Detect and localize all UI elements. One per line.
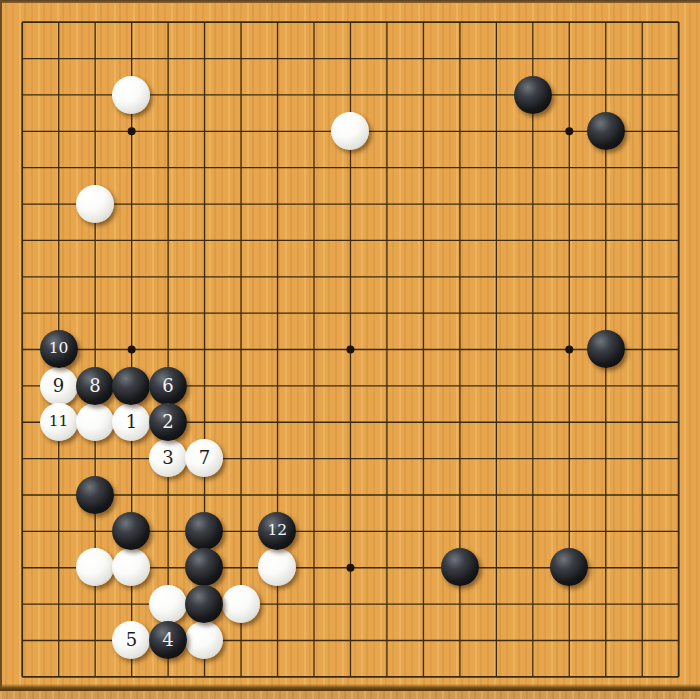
board-bottom-side <box>0 691 700 699</box>
move-number-label: 6 <box>162 377 173 395</box>
white-stone <box>76 403 114 441</box>
move-9-stone: 9 <box>40 367 78 405</box>
go-diagram: { "game": "go", "board": { "size": 19, "… <box>0 0 700 699</box>
white-stone <box>76 185 114 223</box>
black-stone <box>185 585 223 623</box>
move-5-stone: 5 <box>112 621 150 659</box>
move-6-stone: 6 <box>149 367 187 405</box>
move-12-stone: 12 <box>258 512 296 550</box>
white-stone <box>258 548 296 586</box>
black-stone <box>550 548 588 586</box>
move-number-label: 2 <box>162 413 173 431</box>
black-stone <box>112 512 150 550</box>
move-1-stone: 1 <box>112 403 150 441</box>
black-stone <box>587 330 625 368</box>
move-8-stone: 8 <box>76 367 114 405</box>
move-10-stone: 10 <box>40 330 78 368</box>
move-number-label: 1 <box>126 413 137 431</box>
move-number-label: 5 <box>126 631 137 649</box>
white-stone <box>112 76 150 114</box>
move-3-stone: 3 <box>149 439 187 477</box>
move-number-label: 10 <box>49 341 69 357</box>
black-stone <box>441 548 479 586</box>
move-number-label: 3 <box>162 449 173 467</box>
black-stone <box>76 476 114 514</box>
black-stone <box>185 512 223 550</box>
move-number-label: 12 <box>267 523 287 539</box>
white-stone <box>112 548 150 586</box>
black-stone <box>185 548 223 586</box>
board-bottom-bevel <box>0 684 700 691</box>
white-stone <box>331 112 369 150</box>
move-2-stone: 2 <box>149 403 187 441</box>
move-number-label: 7 <box>199 449 210 467</box>
white-stone <box>149 585 187 623</box>
move-number-label: 4 <box>162 631 173 649</box>
go-board[interactable]: 911137510862124 <box>4 4 697 695</box>
move-4-stone: 4 <box>149 621 187 659</box>
stones-layer: 911137510862124 <box>4 4 697 695</box>
black-stone <box>587 112 625 150</box>
move-7-stone: 7 <box>185 439 223 477</box>
move-11-stone: 11 <box>40 403 78 441</box>
board-top-edge <box>0 0 700 3</box>
white-stone <box>76 548 114 586</box>
board-left-edge <box>0 0 2 699</box>
white-stone <box>185 621 223 659</box>
black-stone <box>112 367 150 405</box>
move-number-label: 9 <box>53 377 64 395</box>
white-stone <box>222 585 260 623</box>
black-stone <box>514 76 552 114</box>
move-number-label: 8 <box>89 377 100 395</box>
move-number-label: 11 <box>49 414 69 430</box>
